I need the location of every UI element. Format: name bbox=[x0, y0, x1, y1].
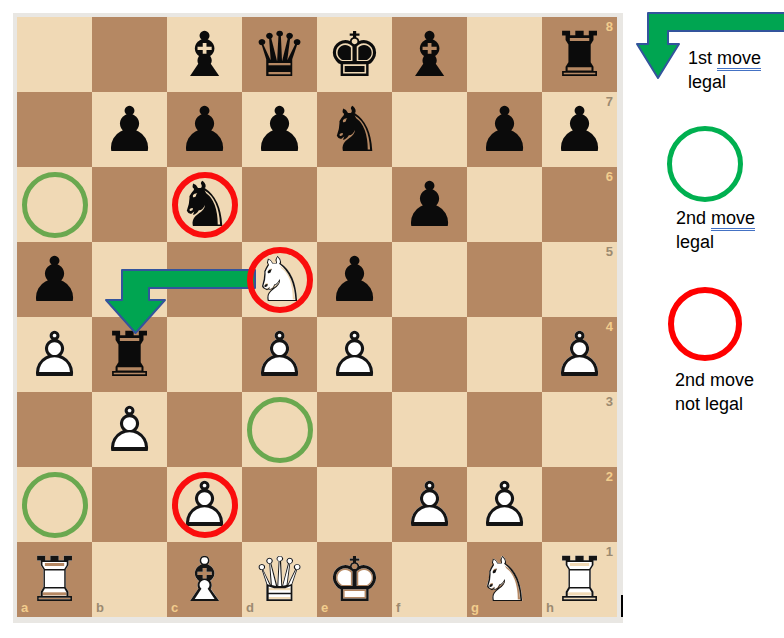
square-b8[interactable] bbox=[92, 17, 167, 92]
square-d7[interactable]: ♟ bbox=[242, 92, 317, 167]
square-f5[interactable] bbox=[392, 242, 467, 317]
piece-white-pawn-a4: ♟♙ bbox=[17, 317, 92, 392]
square-e1[interactable]: e♚♔ bbox=[317, 542, 392, 617]
piece-white-rook-a1: ♜♖ bbox=[17, 542, 92, 617]
piece-black-knight-c6: ♞ bbox=[167, 167, 242, 242]
square-c1[interactable]: c♝♗ bbox=[167, 542, 242, 617]
square-f6[interactable]: ♟ bbox=[392, 167, 467, 242]
square-c7[interactable]: ♟ bbox=[167, 92, 242, 167]
square-e8[interactable]: ♚ bbox=[317, 17, 392, 92]
legend-label-second-move-legal: 2nd move legal bbox=[676, 206, 755, 254]
square-d8[interactable]: ♛ bbox=[242, 17, 317, 92]
piece-black-bishop-f8: ♝ bbox=[392, 17, 467, 92]
square-h4[interactable]: 4♟♙ bbox=[542, 317, 617, 392]
square-e3[interactable] bbox=[317, 392, 392, 467]
square-g5[interactable] bbox=[467, 242, 542, 317]
square-a7[interactable] bbox=[17, 92, 92, 167]
square-b6[interactable] bbox=[92, 167, 167, 242]
square-g6[interactable] bbox=[467, 167, 542, 242]
square-b3[interactable]: ♟♙ bbox=[92, 392, 167, 467]
square-a6[interactable] bbox=[17, 167, 92, 242]
square-e5[interactable]: ♟ bbox=[317, 242, 392, 317]
square-h3[interactable]: 3 bbox=[542, 392, 617, 467]
file-label-d: d bbox=[246, 600, 254, 615]
square-e7[interactable]: ♞ bbox=[317, 92, 392, 167]
file-label-h: h bbox=[546, 600, 554, 615]
square-b2[interactable] bbox=[92, 467, 167, 542]
square-b1[interactable]: b bbox=[92, 542, 167, 617]
square-g8[interactable] bbox=[467, 17, 542, 92]
piece-white-pawn-c2: ♟♙ bbox=[167, 467, 242, 542]
rank-label-3: 3 bbox=[606, 394, 613, 409]
square-h6[interactable]: 6 bbox=[542, 167, 617, 242]
square-d2[interactable] bbox=[242, 467, 317, 542]
legend-label-second-move-not-legal: 2nd move not legal bbox=[675, 368, 754, 416]
file-label-g: g bbox=[471, 600, 479, 615]
square-c8[interactable]: ♝ bbox=[167, 17, 242, 92]
square-d6[interactable] bbox=[242, 167, 317, 242]
square-a1[interactable]: a♜♖ bbox=[17, 542, 92, 617]
legend-red-circle-icon bbox=[668, 287, 742, 361]
piece-black-pawn-g7: ♟ bbox=[467, 92, 542, 167]
piece-black-king-e8: ♚ bbox=[317, 17, 392, 92]
square-g2[interactable]: ♟♙ bbox=[467, 467, 542, 542]
square-f8[interactable]: ♝ bbox=[392, 17, 467, 92]
square-h1[interactable]: h1♜♖ bbox=[542, 542, 617, 617]
square-e4[interactable]: ♟♙ bbox=[317, 317, 392, 392]
square-d3[interactable] bbox=[242, 392, 317, 467]
square-a8[interactable] bbox=[17, 17, 92, 92]
square-b7[interactable]: ♟ bbox=[92, 92, 167, 167]
square-c2[interactable]: ♟♙ bbox=[167, 467, 242, 542]
square-a3[interactable] bbox=[17, 392, 92, 467]
square-c3[interactable] bbox=[167, 392, 242, 467]
legend-green-circle-icon bbox=[667, 126, 743, 202]
square-a5[interactable]: ♟ bbox=[17, 242, 92, 317]
square-g7[interactable]: ♟ bbox=[467, 92, 542, 167]
square-f4[interactable] bbox=[392, 317, 467, 392]
piece-white-bishop-c1: ♝♗ bbox=[167, 542, 242, 617]
piece-black-pawn-d7: ♟ bbox=[242, 92, 317, 167]
square-a4[interactable]: ♟♙ bbox=[17, 317, 92, 392]
piece-white-pawn-g2: ♟♙ bbox=[467, 467, 542, 542]
file-label-f: f bbox=[396, 600, 400, 615]
piece-white-pawn-b3: ♟♙ bbox=[92, 392, 167, 467]
square-g1[interactable]: g♞♘ bbox=[467, 542, 542, 617]
square-c6[interactable]: ♞ bbox=[167, 167, 242, 242]
square-f1[interactable]: f bbox=[392, 542, 467, 617]
rank-label-5: 5 bbox=[606, 244, 613, 259]
square-d1[interactable]: d♛♕ bbox=[242, 542, 317, 617]
square-h5[interactable]: 5 bbox=[542, 242, 617, 317]
piece-black-pawn-c7: ♟ bbox=[167, 92, 242, 167]
piece-black-queen-d8: ♛ bbox=[242, 17, 317, 92]
rank-label-4: 4 bbox=[606, 319, 613, 334]
square-f2[interactable]: ♟♙ bbox=[392, 467, 467, 542]
piece-black-pawn-e5: ♟ bbox=[317, 242, 392, 317]
rank-label-2: 2 bbox=[606, 469, 613, 484]
square-f7[interactable] bbox=[392, 92, 467, 167]
square-g3[interactable] bbox=[467, 392, 542, 467]
piece-black-pawn-f6: ♟ bbox=[392, 167, 467, 242]
file-label-b: b bbox=[96, 600, 104, 615]
square-h7[interactable]: 7♟ bbox=[542, 92, 617, 167]
piece-black-pawn-a5: ♟ bbox=[17, 242, 92, 317]
rank-label-6: 6 bbox=[606, 169, 613, 184]
legend-green-arrow-icon bbox=[630, 6, 784, 84]
file-label-e: e bbox=[321, 600, 328, 615]
move-arrow-d5-b4 bbox=[100, 262, 260, 342]
piece-black-bishop-c8: ♝ bbox=[167, 17, 242, 92]
rank-label-7: 7 bbox=[606, 94, 613, 109]
square-h2[interactable]: 2 bbox=[542, 467, 617, 542]
square-f3[interactable] bbox=[392, 392, 467, 467]
piece-black-pawn-b7: ♟ bbox=[92, 92, 167, 167]
rank-label-1: 1 bbox=[606, 544, 613, 559]
rank-label-8: 8 bbox=[606, 19, 613, 34]
piece-white-king-e1: ♚♔ bbox=[317, 542, 392, 617]
piece-white-pawn-f2: ♟♙ bbox=[392, 467, 467, 542]
square-e6[interactable] bbox=[317, 167, 392, 242]
square-a2[interactable] bbox=[17, 467, 92, 542]
square-e2[interactable] bbox=[317, 467, 392, 542]
piece-white-pawn-e4: ♟♙ bbox=[317, 317, 392, 392]
square-h8[interactable]: 8♜ bbox=[542, 17, 617, 92]
text-cursor bbox=[621, 595, 623, 617]
square-g4[interactable] bbox=[467, 317, 542, 392]
piece-black-knight-e7: ♞ bbox=[317, 92, 392, 167]
file-label-c: c bbox=[171, 600, 178, 615]
file-label-a: a bbox=[21, 600, 28, 615]
